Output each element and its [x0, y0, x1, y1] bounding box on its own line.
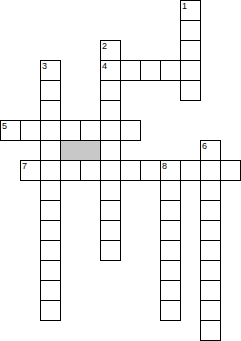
cell[interactable] [40, 80, 61, 101]
cell[interactable] [180, 20, 201, 41]
cell[interactable] [40, 240, 61, 261]
cell[interactable] [160, 260, 181, 281]
cell[interactable] [180, 60, 201, 81]
cell[interactable] [200, 200, 221, 221]
cell[interactable] [100, 140, 121, 161]
cell[interactable] [160, 200, 181, 221]
cell[interactable] [40, 260, 61, 281]
cell[interactable] [160, 220, 181, 241]
cell[interactable] [220, 160, 241, 181]
cell[interactable] [200, 260, 221, 281]
cell[interactable] [100, 60, 121, 81]
cell[interactable] [160, 60, 181, 81]
cell[interactable] [200, 220, 221, 241]
crossword-board: 12345678 [0, 0, 241, 341]
cell[interactable] [140, 60, 161, 81]
cell[interactable] [160, 240, 181, 261]
cell[interactable] [120, 160, 141, 181]
cell[interactable] [40, 60, 61, 81]
cell[interactable] [180, 80, 201, 101]
cell[interactable] [200, 300, 221, 321]
cell[interactable] [180, 40, 201, 61]
cell[interactable] [160, 180, 181, 201]
cell[interactable] [40, 100, 61, 121]
cell[interactable] [160, 280, 181, 301]
cell[interactable] [40, 160, 61, 181]
cell[interactable] [40, 300, 61, 321]
cell[interactable] [200, 180, 221, 201]
cell[interactable] [160, 300, 181, 321]
cell[interactable] [100, 160, 121, 181]
highlighted-cell[interactable] [60, 140, 101, 161]
cell[interactable] [100, 220, 121, 241]
cell[interactable] [140, 160, 161, 181]
cell[interactable] [100, 240, 121, 261]
cell[interactable] [20, 120, 41, 141]
cell[interactable] [200, 240, 221, 261]
cell[interactable] [100, 120, 121, 141]
cell[interactable] [40, 200, 61, 221]
cell[interactable] [100, 100, 121, 121]
cell[interactable] [20, 160, 41, 181]
cell[interactable] [40, 180, 61, 201]
cell[interactable] [40, 220, 61, 241]
cell[interactable] [60, 160, 81, 181]
cell[interactable] [100, 180, 121, 201]
cell[interactable] [80, 160, 101, 181]
cell[interactable] [180, 0, 201, 21]
cell[interactable] [40, 280, 61, 301]
cell[interactable] [160, 160, 181, 181]
cell[interactable] [180, 160, 201, 181]
cell[interactable] [200, 140, 221, 161]
cell[interactable] [120, 60, 141, 81]
cell[interactable] [40, 140, 61, 161]
cell[interactable] [120, 120, 141, 141]
cell[interactable] [0, 120, 21, 141]
cell[interactable] [200, 160, 221, 181]
cell[interactable] [200, 320, 221, 341]
cell[interactable] [100, 200, 121, 221]
cell[interactable] [60, 120, 81, 141]
cell[interactable] [80, 120, 101, 141]
cell[interactable] [200, 280, 221, 301]
cell[interactable] [100, 40, 121, 61]
cell[interactable] [100, 80, 121, 101]
cell[interactable] [40, 120, 61, 141]
